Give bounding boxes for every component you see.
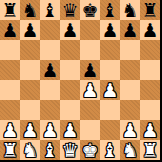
square-g3[interactable] (120, 100, 140, 120)
square-d5[interactable] (60, 60, 80, 80)
square-c3[interactable] (40, 100, 60, 120)
square-d8[interactable]: ♛ (60, 0, 80, 20)
white-knight-icon[interactable]: ♞ (121, 140, 138, 160)
black-king-icon[interactable]: ♚ (81, 0, 98, 20)
square-c2[interactable]: ♟ (40, 120, 60, 140)
square-b3[interactable] (20, 100, 40, 120)
white-pawn-icon[interactable]: ♟ (101, 80, 118, 100)
square-c6[interactable] (40, 40, 60, 60)
square-b1[interactable]: ♞ (20, 140, 40, 160)
square-f1[interactable]: ♝ (100, 140, 120, 160)
square-a8[interactable]: ♜ (0, 0, 20, 20)
white-knight-icon[interactable]: ♞ (21, 140, 38, 160)
white-pawn-icon[interactable]: ♟ (1, 120, 18, 140)
square-a5[interactable] (0, 60, 20, 80)
black-queen-icon[interactable]: ♛ (61, 0, 78, 20)
white-queen-icon[interactable]: ♛ (61, 140, 78, 160)
white-pawn-icon[interactable]: ♟ (41, 120, 58, 140)
black-knight-icon[interactable]: ♞ (21, 0, 38, 20)
square-e8[interactable]: ♚ (80, 0, 100, 20)
square-f7[interactable]: ♟ (100, 20, 120, 40)
square-f3[interactable] (100, 100, 120, 120)
square-b6[interactable] (20, 40, 40, 60)
black-pawn-icon[interactable]: ♟ (121, 20, 138, 40)
square-f2[interactable] (100, 120, 120, 140)
square-e6[interactable] (80, 40, 100, 60)
square-a1[interactable]: ♜ (0, 140, 20, 160)
square-e3[interactable] (80, 100, 100, 120)
square-f5[interactable] (100, 60, 120, 80)
square-g1[interactable]: ♞ (120, 140, 140, 160)
black-pawn-icon[interactable]: ♟ (41, 60, 58, 80)
square-d2[interactable]: ♟ (60, 120, 80, 140)
black-bishop-icon[interactable]: ♝ (101, 0, 118, 20)
square-d1[interactable]: ♛ (60, 140, 80, 160)
square-b8[interactable]: ♞ (20, 0, 40, 20)
square-a4[interactable] (0, 80, 20, 100)
black-bishop-icon[interactable]: ♝ (41, 0, 58, 20)
square-d3[interactable] (60, 100, 80, 120)
white-pawn-icon[interactable]: ♟ (61, 120, 78, 140)
square-b5[interactable] (20, 60, 40, 80)
white-pawn-icon[interactable]: ♟ (141, 120, 158, 140)
square-g8[interactable]: ♞ (120, 0, 140, 20)
square-a3[interactable] (0, 100, 20, 120)
square-g2[interactable]: ♟ (120, 120, 140, 140)
square-b7[interactable]: ♟ (20, 20, 40, 40)
square-c7[interactable] (40, 20, 60, 40)
square-d4[interactable] (60, 80, 80, 100)
square-h4[interactable] (140, 80, 160, 100)
white-rook-icon[interactable]: ♜ (1, 140, 18, 160)
square-h8[interactable]: ♜ (140, 0, 160, 20)
white-pawn-icon[interactable]: ♟ (81, 80, 98, 100)
square-d7[interactable]: ♟ (60, 20, 80, 40)
square-h1[interactable]: ♜ (140, 140, 160, 160)
black-knight-icon[interactable]: ♞ (121, 0, 138, 20)
white-pawn-icon[interactable]: ♟ (21, 120, 38, 140)
black-pawn-icon[interactable]: ♟ (1, 20, 18, 40)
black-pawn-icon[interactable]: ♟ (101, 20, 118, 40)
black-pawn-icon[interactable]: ♟ (141, 20, 158, 40)
square-h2[interactable]: ♟ (140, 120, 160, 140)
square-g5[interactable] (120, 60, 140, 80)
square-a6[interactable] (0, 40, 20, 60)
square-h5[interactable] (140, 60, 160, 80)
square-b2[interactable]: ♟ (20, 120, 40, 140)
square-h7[interactable]: ♟ (140, 20, 160, 40)
square-e7[interactable] (80, 20, 100, 40)
square-g4[interactable] (120, 80, 140, 100)
square-e4[interactable]: ♟ (80, 80, 100, 100)
square-c4[interactable] (40, 80, 60, 100)
square-e5[interactable]: ♟ (80, 60, 100, 80)
square-b4[interactable] (20, 80, 40, 100)
square-f8[interactable]: ♝ (100, 0, 120, 20)
white-bishop-icon[interactable]: ♝ (101, 140, 118, 160)
white-bishop-icon[interactable]: ♝ (41, 140, 58, 160)
square-c8[interactable]: ♝ (40, 0, 60, 20)
square-a7[interactable]: ♟ (0, 20, 20, 40)
black-pawn-icon[interactable]: ♟ (61, 20, 78, 40)
square-d6[interactable] (60, 40, 80, 60)
black-pawn-icon[interactable]: ♟ (81, 60, 98, 80)
square-c1[interactable]: ♝ (40, 140, 60, 160)
square-f4[interactable]: ♟ (100, 80, 120, 100)
square-e2[interactable] (80, 120, 100, 140)
square-h3[interactable] (140, 100, 160, 120)
black-rook-icon[interactable]: ♜ (141, 0, 158, 20)
white-rook-icon[interactable]: ♜ (141, 140, 158, 160)
square-g7[interactable]: ♟ (120, 20, 140, 40)
square-f6[interactable] (100, 40, 120, 60)
white-pawn-icon[interactable]: ♟ (121, 120, 138, 140)
white-king-icon[interactable]: ♚ (81, 140, 98, 160)
black-rook-icon[interactable]: ♜ (1, 0, 18, 20)
square-a2[interactable]: ♟ (0, 120, 20, 140)
square-h6[interactable] (140, 40, 160, 60)
chess-board: ♜♞♝♛♚♝♞♜♟♟♟♟♟♟♟♟♟♟♟♟♟♟♟♟♜♞♝♛♚♝♞♜ (0, 0, 162, 162)
square-e1[interactable]: ♚ (80, 140, 100, 160)
black-pawn-icon[interactable]: ♟ (21, 20, 38, 40)
square-g6[interactable] (120, 40, 140, 60)
square-c5[interactable]: ♟ (40, 60, 60, 80)
chess-board-container: ♜♞♝♛♚♝♞♜♟♟♟♟♟♟♟♟♟♟♟♟♟♟♟♟♜♞♝♛♚♝♞♜ (0, 0, 162, 162)
